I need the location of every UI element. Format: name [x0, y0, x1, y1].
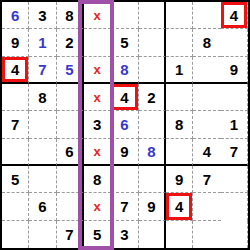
cell-r2c7[interactable]: [166, 29, 193, 56]
cell-r6c4[interactable]: x: [84, 139, 111, 166]
cell-r8c7[interactable]: 4: [166, 193, 193, 220]
cell-r8c9[interactable]: [221, 193, 248, 220]
cell-r6c6[interactable]: 8: [139, 139, 166, 166]
cell-r2c8[interactable]: 8: [193, 29, 220, 56]
cell-r3c1[interactable]: 4: [2, 57, 29, 84]
cell-r4c1[interactable]: [2, 84, 29, 111]
cell-r3c3[interactable]: 5: [57, 57, 84, 84]
cell-r1c3[interactable]: 8: [57, 2, 84, 29]
cell-r9c2[interactable]: [29, 221, 56, 248]
cell-r8c2[interactable]: 6: [29, 193, 56, 220]
cell-r6c2[interactable]: [29, 139, 56, 166]
cell-r7c6[interactable]: [139, 166, 166, 193]
cell-r5c5[interactable]: 6: [111, 111, 138, 138]
cell-r1c1[interactable]: 6: [2, 2, 29, 29]
cell-r8c1[interactable]: [2, 193, 29, 220]
cell-r3c2[interactable]: 7: [29, 57, 56, 84]
cell-r5c7[interactable]: 8: [166, 111, 193, 138]
cell-r3c8[interactable]: [193, 57, 220, 84]
cell-r1c8[interactable]: [193, 2, 220, 29]
cell-r1c7[interactable]: [166, 2, 193, 29]
cell-r1c6[interactable]: [139, 2, 166, 29]
cell-r9c5[interactable]: 3: [111, 221, 138, 248]
cell-r5c2[interactable]: [29, 111, 56, 138]
cell-r7c5[interactable]: [111, 166, 138, 193]
cell-r6c9[interactable]: 7: [221, 139, 248, 166]
cell-r7c7[interactable]: 9: [166, 166, 193, 193]
cell-r7c9[interactable]: [221, 166, 248, 193]
cell-r4c6[interactable]: 2: [139, 84, 166, 111]
cell-r2c3[interactable]: 2: [57, 29, 84, 56]
cell-r1c4[interactable]: x: [84, 2, 111, 29]
cell-r8c8[interactable]: [193, 193, 220, 220]
cell-r6c7[interactable]: [166, 139, 193, 166]
cell-r3c5[interactable]: 8: [111, 57, 138, 84]
cell-r6c3[interactable]: 6: [57, 139, 84, 166]
cell-r4c5[interactable]: 4: [111, 84, 138, 111]
cell-r4c8[interactable]: [193, 84, 220, 111]
cell-r8c4[interactable]: x: [84, 193, 111, 220]
cell-r9c1[interactable]: [2, 221, 29, 248]
cell-r7c4[interactable]: 8: [84, 166, 111, 193]
cell-r4c7[interactable]: [166, 84, 193, 111]
cell-r2c4[interactable]: [84, 29, 111, 56]
cell-r9c4[interactable]: 5: [84, 221, 111, 248]
cell-r4c9[interactable]: [221, 84, 248, 111]
cell-r3c9[interactable]: 9: [221, 57, 248, 84]
cell-r4c3[interactable]: [57, 84, 84, 111]
cell-r2c6[interactable]: [139, 29, 166, 56]
cell-r3c7[interactable]: 1: [166, 57, 193, 84]
cell-r6c1[interactable]: [2, 139, 29, 166]
cell-r3c4[interactable]: x: [84, 57, 111, 84]
cell-r6c8[interactable]: 4: [193, 139, 220, 166]
cell-r5c9[interactable]: 1: [221, 111, 248, 138]
cell-r1c2[interactable]: 3: [29, 2, 56, 29]
cell-r5c4[interactable]: 3: [84, 111, 111, 138]
cell-r5c1[interactable]: 7: [2, 111, 29, 138]
cell-r9c6[interactable]: [139, 221, 166, 248]
cell-r8c6[interactable]: 9: [139, 193, 166, 220]
cell-r5c3[interactable]: [57, 111, 84, 138]
cell-r9c8[interactable]: [193, 221, 220, 248]
cell-r7c2[interactable]: [29, 166, 56, 193]
cell-r9c7[interactable]: [166, 221, 193, 248]
cell-r9c9[interactable]: [221, 221, 248, 248]
cell-r2c9[interactable]: [221, 29, 248, 56]
cell-r2c2[interactable]: 1: [29, 29, 56, 56]
cell-r5c6[interactable]: [139, 111, 166, 138]
cell-r2c1[interactable]: 9: [2, 29, 29, 56]
cell-r3c6[interactable]: [139, 57, 166, 84]
cell-r7c3[interactable]: [57, 166, 84, 193]
cell-r1c5[interactable]: [111, 2, 138, 29]
cell-r1c9[interactable]: 4: [221, 2, 248, 29]
cell-r9c3[interactable]: 7: [57, 221, 84, 248]
cell-r8c5[interactable]: 7: [111, 193, 138, 220]
cell-r2c5[interactable]: 5: [111, 29, 138, 56]
cell-r7c8[interactable]: 7: [193, 166, 220, 193]
cell-r8c3[interactable]: [57, 193, 84, 220]
cell-r4c4[interactable]: x: [84, 84, 111, 111]
cell-r5c8[interactable]: [193, 111, 220, 138]
cell-r6c5[interactable]: 9: [111, 139, 138, 166]
cell-r7c1[interactable]: 5: [2, 166, 29, 193]
cell-r4c2[interactable]: 8: [29, 84, 56, 111]
sudoku-board: 638x491258475x8198x42736816x984758976x79…: [0, 0, 250, 250]
